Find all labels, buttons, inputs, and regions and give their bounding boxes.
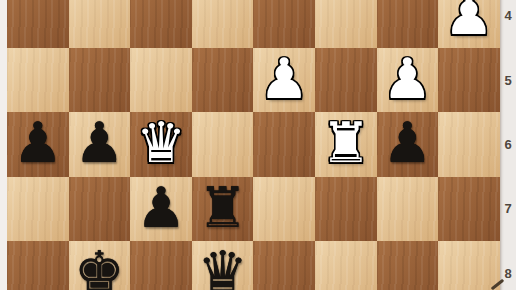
square-g6[interactable]: ♟: [69, 112, 131, 176]
black-pawn-h6[interactable]: ♟: [13, 115, 63, 171]
square-d8[interactable]: [253, 241, 315, 290]
square-g7[interactable]: [69, 177, 131, 241]
white-pawn-b5[interactable]: ♟: [382, 51, 432, 107]
square-g8[interactable]: ♚: [69, 241, 131, 290]
square-h5[interactable]: [7, 48, 69, 112]
rank-label-7: 7: [500, 177, 516, 241]
square-f8[interactable]: [130, 241, 192, 290]
square-e6[interactable]: [192, 112, 254, 176]
square-g5[interactable]: [69, 48, 131, 112]
white-pawn-a4[interactable]: ♟: [444, 0, 494, 43]
square-h7[interactable]: [7, 177, 69, 241]
square-b4[interactable]: [377, 0, 439, 48]
square-f4[interactable]: [130, 0, 192, 48]
square-b6[interactable]: ♟: [377, 112, 439, 176]
square-c8[interactable]: [315, 241, 377, 290]
square-f5[interactable]: [130, 48, 192, 112]
square-c6[interactable]: ♜: [315, 112, 377, 176]
square-b8[interactable]: [377, 241, 439, 290]
square-a4[interactable]: ♟: [438, 0, 500, 48]
square-c4[interactable]: [315, 0, 377, 48]
square-b5[interactable]: ♟: [377, 48, 439, 112]
square-f7[interactable]: ♟: [130, 177, 192, 241]
rank-label-8: 8: [500, 241, 516, 290]
black-pawn-b6[interactable]: ♟: [382, 115, 432, 171]
rank-coordinate-strip: 45678: [500, 0, 516, 290]
square-h6[interactable]: ♟: [7, 112, 69, 176]
square-a6[interactable]: [438, 112, 500, 176]
rank-label-6: 6: [500, 112, 516, 176]
square-d6[interactable]: [253, 112, 315, 176]
square-a5[interactable]: [438, 48, 500, 112]
white-queen-f6[interactable]: ♛: [136, 115, 186, 171]
square-d7[interactable]: [253, 177, 315, 241]
square-g4[interactable]: [69, 0, 131, 48]
rank-label-4: 4: [500, 0, 516, 48]
square-a7[interactable]: [438, 177, 500, 241]
square-e5[interactable]: [192, 48, 254, 112]
chess-board[interactable]: ♟♟♟♟♟♛♜♟♟♜♚♛: [7, 0, 500, 290]
square-c7[interactable]: [315, 177, 377, 241]
black-pawn-f7[interactable]: ♟: [136, 180, 186, 236]
left-margin-strip: [0, 0, 7, 290]
square-a8[interactable]: [438, 241, 500, 290]
square-c5[interactable]: [315, 48, 377, 112]
square-h8[interactable]: [7, 241, 69, 290]
rank-label-5: 5: [500, 48, 516, 112]
black-rook-e7[interactable]: ♜: [197, 180, 247, 236]
square-d5[interactable]: ♟: [253, 48, 315, 112]
chess-board-frame: ♟♟♟♟♟♛♜♟♟♜♚♛ 45678: [0, 0, 516, 290]
square-e7[interactable]: ♜: [192, 177, 254, 241]
square-e4[interactable]: [192, 0, 254, 48]
square-b7[interactable]: [377, 177, 439, 241]
white-rook-c6[interactable]: ♜: [321, 115, 371, 171]
square-d4[interactable]: [253, 0, 315, 48]
square-f6[interactable]: ♛: [130, 112, 192, 176]
square-h4[interactable]: [7, 0, 69, 48]
black-pawn-g6[interactable]: ♟: [74, 115, 124, 171]
square-e8[interactable]: ♛: [192, 241, 254, 290]
black-king-g8[interactable]: ♚: [74, 244, 124, 290]
black-queen-e8[interactable]: ♛: [197, 244, 247, 290]
white-pawn-d5[interactable]: ♟: [259, 51, 309, 107]
